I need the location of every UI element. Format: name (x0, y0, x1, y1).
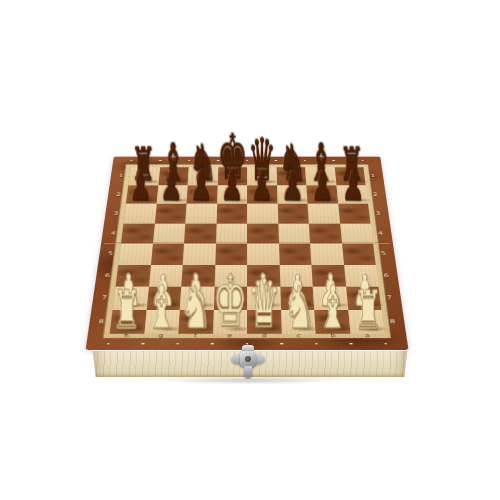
board-fold-seam (104, 242, 390, 244)
rank-label-right: 3 (371, 211, 385, 216)
rank-label-right: 5 (376, 251, 391, 256)
piece-light-rook: ♜ (112, 286, 141, 335)
square-a8: ♜ (348, 310, 385, 334)
piece-stand: ♟ (321, 169, 386, 205)
rank-label-left: 3 (109, 211, 123, 216)
rank-label-left: 5 (103, 251, 118, 256)
rank-label-left: 4 (106, 231, 121, 236)
piece-light-rook: ♜ (353, 286, 382, 335)
piece-stand: ♛ (227, 273, 301, 335)
piece-dark-pawn: ♟ (342, 169, 365, 205)
frame-screw-dot (211, 342, 214, 344)
frame-screw-dot (384, 342, 387, 344)
ground-shadow-soft (150, 377, 350, 386)
rank-label-right: 4 (373, 231, 388, 236)
piece-stand: ♜ (90, 286, 164, 335)
chessboard: ♜♝♞♚♛♞♝♜♟♟♟♟♟♟♟♟♟♟♟♟♟♟♟♟♜♝♞♚♛♞♝♜ 1234567… (86, 157, 409, 350)
clasp-keyhole (245, 356, 251, 362)
frame-screw-dot (315, 342, 318, 344)
square-a2: ♟ (336, 185, 368, 204)
frame-screw-dot (107, 342, 110, 344)
frame-screw-dot (350, 342, 353, 344)
square-h8: ♜ (110, 310, 147, 334)
frame-screw-dot (280, 342, 283, 344)
frame-screw-dot (176, 342, 179, 344)
frame-screw-dot (142, 342, 145, 344)
product-photo-canvas: ♜♝♞♚♛♞♝♜♟♟♟♟♟♟♟♟♟♟♟♟♟♟♟♟♜♝♞♚♛♞♝♜ 1234567… (0, 0, 500, 500)
piece-stand: ♜ (331, 286, 405, 335)
square-d8: ♛ (247, 310, 281, 334)
piece-light-queen: ♛ (248, 273, 281, 335)
